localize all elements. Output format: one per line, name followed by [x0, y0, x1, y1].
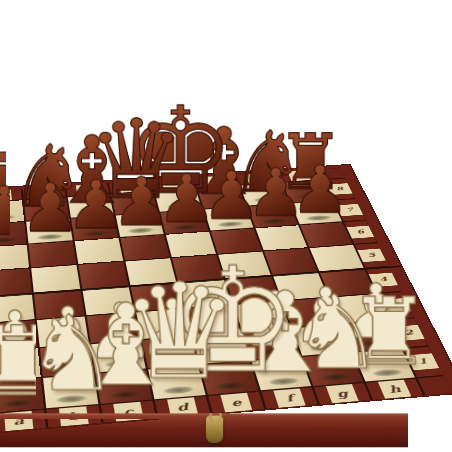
file-label-d: d	[155, 399, 209, 414]
rank-label-7: 7	[337, 206, 361, 213]
square-a6	[0, 245, 29, 271]
file-label-h: h	[367, 382, 422, 397]
board-frame: abcdefgh8♜♞♝♛♚♝♞♜87♟♟♟♟♟♟♟♟7665544332♟♟♟…	[0, 165, 452, 436]
square-a7: ♟	[0, 222, 27, 247]
square-h6	[300, 222, 352, 247]
square-a1: ♜	[0, 378, 44, 413]
rank-label-6: 6	[348, 228, 373, 236]
board-grid: abcdefgh8♜♞♝♛♚♝♞♜87♟♟♟♟♟♟♟♟7665544332♟♟♟…	[0, 168, 452, 435]
file-label-cell-g: g	[314, 383, 371, 404]
white-rook: ♜	[0, 317, 60, 408]
square-b5	[31, 265, 80, 292]
file-label-b: b	[47, 408, 101, 423]
rank-label-5: 5	[359, 251, 385, 259]
square-b6	[29, 241, 77, 267]
file-label-a: a	[0, 413, 46, 429]
file-label-c: c	[101, 404, 155, 419]
file-label-cell-f: f	[261, 387, 318, 409]
file-label-g: g	[315, 386, 369, 401]
brass-clasp-icon	[206, 416, 223, 443]
file-label-f: f	[262, 390, 316, 405]
chess-board: abcdefgh8♜♞♝♛♚♝♞♜87♟♟♟♟♟♟♟♟7665544332♟♟♟…	[0, 165, 452, 436]
square-a5	[0, 268, 32, 296]
file-label-cell-h: h	[366, 379, 423, 400]
product-photo-scene: abcdefgh8♜♞♝♛♚♝♞♜87♟♟♟♟♟♟♟♟7665544332♟♟♟…	[0, 0, 452, 452]
square-c6	[75, 238, 124, 264]
black-pawn: ♟	[0, 179, 34, 243]
frame-corner	[418, 376, 452, 395]
